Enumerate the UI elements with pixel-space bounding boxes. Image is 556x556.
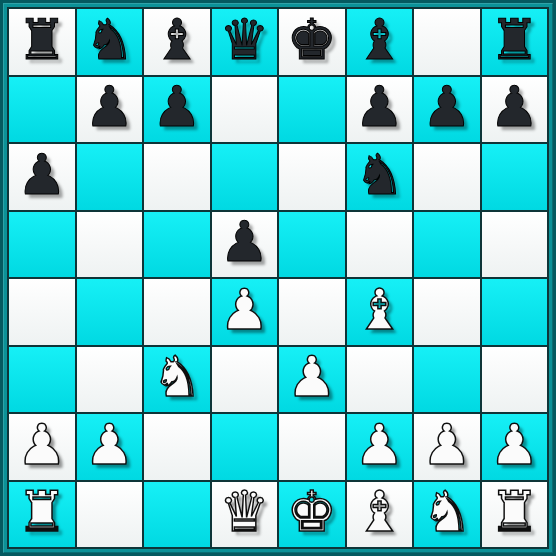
piece-white-rook[interactable]: ♜ [17, 484, 67, 540]
piece-black-rook[interactable]: ♜ [489, 12, 539, 68]
square-f2[interactable]: ♟ [347, 414, 413, 480]
square-f8[interactable]: ♝ [347, 9, 413, 75]
piece-black-rook[interactable]: ♜ [17, 12, 67, 68]
piece-black-pawn[interactable]: ♟ [17, 147, 67, 203]
square-e7[interactable] [279, 77, 345, 143]
square-a3[interactable] [9, 347, 75, 413]
square-c8[interactable]: ♝ [144, 9, 210, 75]
piece-white-pawn[interactable]: ♟ [219, 282, 269, 338]
piece-white-bishop[interactable]: ♝ [354, 484, 404, 540]
piece-white-bishop[interactable]: ♝ [354, 282, 404, 338]
piece-white-rook[interactable]: ♜ [489, 484, 539, 540]
square-g3[interactable] [414, 347, 480, 413]
square-c2[interactable] [144, 414, 210, 480]
square-f1[interactable]: ♝ [347, 482, 413, 548]
square-g6[interactable] [414, 144, 480, 210]
square-b1[interactable] [77, 482, 143, 548]
piece-black-bishop[interactable]: ♝ [354, 12, 404, 68]
piece-black-pawn[interactable]: ♟ [152, 79, 202, 135]
square-d2[interactable] [212, 414, 278, 480]
square-a8[interactable]: ♜ [9, 9, 75, 75]
square-a5[interactable] [9, 212, 75, 278]
square-b8[interactable]: ♞ [77, 9, 143, 75]
square-e2[interactable] [279, 414, 345, 480]
square-b3[interactable] [77, 347, 143, 413]
square-e3[interactable]: ♟ [279, 347, 345, 413]
piece-black-pawn[interactable]: ♟ [219, 214, 269, 270]
square-h6[interactable] [482, 144, 548, 210]
square-h3[interactable] [482, 347, 548, 413]
piece-white-pawn[interactable]: ♟ [422, 417, 472, 473]
square-e8[interactable]: ♚ [279, 9, 345, 75]
square-a2[interactable]: ♟ [9, 414, 75, 480]
piece-white-pawn[interactable]: ♟ [354, 417, 404, 473]
square-g5[interactable] [414, 212, 480, 278]
square-g1[interactable]: ♞ [414, 482, 480, 548]
square-d7[interactable] [212, 77, 278, 143]
square-e6[interactable] [279, 144, 345, 210]
piece-black-pawn[interactable]: ♟ [422, 79, 472, 135]
square-h8[interactable]: ♜ [482, 9, 548, 75]
square-f3[interactable] [347, 347, 413, 413]
board-frame: ♜♞♝♛♚♝♜♟♟♟♟♟♟♞♟♟♝♞♟♟♟♟♟♟♜♛♚♝♞♜ [0, 0, 556, 556]
square-f4[interactable]: ♝ [347, 279, 413, 345]
square-b7[interactable]: ♟ [77, 77, 143, 143]
square-d6[interactable] [212, 144, 278, 210]
square-f5[interactable] [347, 212, 413, 278]
piece-white-knight[interactable]: ♞ [152, 349, 202, 405]
piece-black-pawn[interactable]: ♟ [489, 79, 539, 135]
piece-white-knight[interactable]: ♞ [422, 484, 472, 540]
square-h2[interactable]: ♟ [482, 414, 548, 480]
square-e5[interactable] [279, 212, 345, 278]
piece-black-bishop[interactable]: ♝ [152, 12, 202, 68]
chess-board: ♜♞♝♛♚♝♜♟♟♟♟♟♟♞♟♟♝♞♟♟♟♟♟♟♜♛♚♝♞♜ [7, 7, 549, 549]
piece-white-pawn[interactable]: ♟ [287, 349, 337, 405]
square-d3[interactable] [212, 347, 278, 413]
square-f7[interactable]: ♟ [347, 77, 413, 143]
square-c3[interactable]: ♞ [144, 347, 210, 413]
square-b2[interactable]: ♟ [77, 414, 143, 480]
piece-black-pawn[interactable]: ♟ [354, 79, 404, 135]
square-g2[interactable]: ♟ [414, 414, 480, 480]
square-f6[interactable]: ♞ [347, 144, 413, 210]
square-g4[interactable] [414, 279, 480, 345]
square-e1[interactable]: ♚ [279, 482, 345, 548]
square-d4[interactable]: ♟ [212, 279, 278, 345]
piece-black-pawn[interactable]: ♟ [84, 79, 134, 135]
square-a7[interactable] [9, 77, 75, 143]
square-h5[interactable] [482, 212, 548, 278]
square-a4[interactable] [9, 279, 75, 345]
square-c1[interactable] [144, 482, 210, 548]
piece-white-pawn[interactable]: ♟ [489, 417, 539, 473]
piece-white-pawn[interactable]: ♟ [17, 417, 67, 473]
piece-white-king[interactable]: ♚ [287, 484, 337, 540]
piece-black-king[interactable]: ♚ [287, 12, 337, 68]
piece-black-knight[interactable]: ♞ [354, 147, 404, 203]
square-c7[interactable]: ♟ [144, 77, 210, 143]
square-c4[interactable] [144, 279, 210, 345]
square-d8[interactable]: ♛ [212, 9, 278, 75]
square-g7[interactable]: ♟ [414, 77, 480, 143]
square-d5[interactable]: ♟ [212, 212, 278, 278]
square-e4[interactable] [279, 279, 345, 345]
piece-white-queen[interactable]: ♛ [219, 484, 269, 540]
square-a6[interactable]: ♟ [9, 144, 75, 210]
square-c5[interactable] [144, 212, 210, 278]
square-h4[interactable] [482, 279, 548, 345]
piece-white-pawn[interactable]: ♟ [84, 417, 134, 473]
square-g8[interactable] [414, 9, 480, 75]
square-a1[interactable]: ♜ [9, 482, 75, 548]
square-d1[interactable]: ♛ [212, 482, 278, 548]
square-b6[interactable] [77, 144, 143, 210]
piece-black-queen[interactable]: ♛ [219, 12, 269, 68]
square-b4[interactable] [77, 279, 143, 345]
square-b5[interactable] [77, 212, 143, 278]
piece-black-knight[interactable]: ♞ [84, 12, 134, 68]
square-h7[interactable]: ♟ [482, 77, 548, 143]
square-h1[interactable]: ♜ [482, 482, 548, 548]
square-c6[interactable] [144, 144, 210, 210]
